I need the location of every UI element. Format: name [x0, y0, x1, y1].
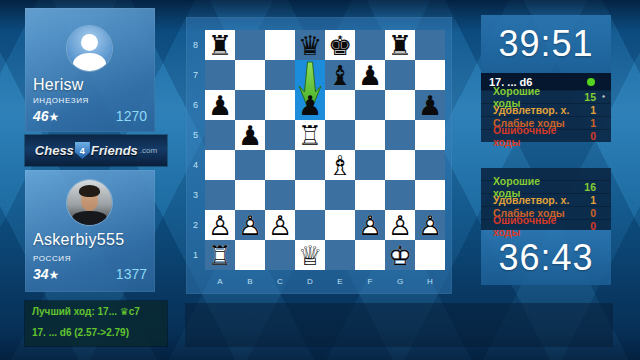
rank-label-8: 8	[186, 30, 205, 60]
logo-text-friends: Friends	[91, 143, 138, 158]
clock-bottom: 36:43	[481, 230, 611, 285]
square-b5[interactable]: ♟	[235, 120, 265, 150]
square-g7[interactable]	[385, 60, 415, 90]
square-c6[interactable]	[265, 90, 295, 120]
square-c4[interactable]	[265, 150, 295, 180]
square-f5[interactable]	[355, 120, 385, 150]
message-box	[185, 303, 613, 347]
file-label-F: F	[355, 273, 385, 289]
rank-label-1: 1	[186, 240, 205, 270]
stat-row-good: Хорошие ходы15*	[481, 90, 611, 103]
square-a6[interactable]: ♟	[205, 90, 235, 120]
square-b7[interactable]	[235, 60, 265, 90]
rank-label-5: 5	[186, 120, 205, 150]
square-h1[interactable]	[415, 240, 445, 270]
square-c1[interactable]	[265, 240, 295, 270]
black-rook[interactable]: ♜	[205, 30, 235, 60]
board[interactable]: ♜♛♚♜♝♟♟♟♟♟♜♖♝♗♟♙♟♙♟♙♟♙♟♙♟♙♜♖♛♕♚♔	[205, 30, 445, 270]
top-player-panel: 39:51 17. ... d6 Хорошие ходы15* Удовлет…	[481, 15, 611, 142]
file-label-B: B	[235, 273, 265, 289]
square-g6[interactable]	[385, 90, 415, 120]
white-pawn[interactable]: ♟♙	[415, 210, 445, 240]
square-f4[interactable]	[355, 150, 385, 180]
file-label-E: E	[325, 273, 355, 289]
square-d1[interactable]: ♛♕	[295, 240, 325, 270]
rank-label-4: 4	[186, 150, 205, 180]
square-h8[interactable]	[415, 30, 445, 60]
board-panel: 87654321 ♜♛♚♜♝♟♟♟♟♟♜♖♝♗♟♙♟♙♟♙♟♙♟♙♟♙♜♖♛♕♚…	[186, 17, 452, 294]
player-country-bottom: РОССИЯ	[33, 254, 71, 263]
square-b1[interactable]	[235, 240, 265, 270]
player-stars-top: 46★	[33, 108, 59, 124]
white-pawn[interactable]: ♟♙	[385, 210, 415, 240]
clock-bottom-time: 36:43	[498, 237, 593, 279]
clock-top-time: 39:51	[498, 23, 593, 65]
white-queen[interactable]: ♛♕	[295, 240, 325, 270]
black-pawn[interactable]: ♟	[295, 90, 325, 120]
bottom-player-panel: Хорошие ходы16 Удовлетвор. х.1 Слабые хо…	[481, 168, 611, 285]
black-king[interactable]: ♚	[325, 30, 355, 60]
shield-icon: 4	[75, 142, 90, 159]
move-indicator-dot	[587, 78, 595, 86]
white-pawn[interactable]: ♟♙	[205, 210, 235, 240]
file-label-A: A	[205, 273, 235, 289]
square-g3[interactable]	[385, 180, 415, 210]
square-d2[interactable]	[295, 210, 325, 240]
clock-top: 39:51	[481, 15, 611, 73]
avatar-hair-shape	[79, 185, 100, 197]
player-country-top: ИНДОНЕЗИЯ	[33, 96, 89, 105]
square-f6[interactable]	[355, 90, 385, 120]
square-a8[interactable]: ♜	[205, 30, 235, 60]
square-g4[interactable]	[385, 150, 415, 180]
square-d8[interactable]: ♛	[295, 30, 325, 60]
square-g8[interactable]: ♜	[385, 30, 415, 60]
stat-row-mistakes: Ошибочные ходы0	[481, 129, 611, 142]
player-card-top: Herisw ИНДОНЕЗИЯ 46★ 1270	[25, 8, 155, 132]
avatar-photo	[67, 180, 112, 225]
square-h2[interactable]: ♟♙	[415, 210, 445, 240]
square-b3[interactable]	[235, 180, 265, 210]
avatar-silhouette	[67, 26, 112, 71]
stat-row-mistakes: Ошибочные ходы0	[481, 219, 611, 232]
rank-label-6: 6	[186, 90, 205, 120]
player-card-bottom: Askerbiy555 РОССИЯ 34★ 1377	[25, 170, 155, 292]
logo-text-chess: Chess	[35, 143, 74, 158]
avatar-shoulders-shape	[73, 53, 106, 71]
square-b8[interactable]	[235, 30, 265, 60]
app-background: Herisw ИНДОНЕЗИЯ 46★ 1270 Chess 4 Friend…	[0, 0, 640, 360]
player-name-bottom: Askerbiy555	[33, 231, 124, 249]
stat-row-satisfactory: Удовлетвор. х.1	[481, 103, 611, 116]
square-g5[interactable]	[385, 120, 415, 150]
square-c2[interactable]: ♟♙	[265, 210, 295, 240]
square-c7[interactable]	[265, 60, 295, 90]
file-label-H: H	[415, 273, 445, 289]
square-d5[interactable]: ♜♖	[295, 120, 325, 150]
square-d3[interactable]	[295, 180, 325, 210]
white-rook[interactable]: ♜♖	[295, 120, 325, 150]
star-icon: ★	[49, 110, 60, 124]
white-pawn[interactable]: ♟♙	[265, 210, 295, 240]
avatar-shirt-shape	[72, 211, 107, 225]
black-pawn[interactable]: ♟	[355, 60, 385, 90]
avatar-head-shape	[81, 34, 98, 51]
rank-label-3: 3	[186, 180, 205, 210]
best-move-text: Лучший ход: 17... ♛c7	[32, 306, 140, 317]
white-king[interactable]: ♚♔	[385, 240, 415, 270]
rank-label-2: 2	[186, 210, 205, 240]
square-a4[interactable]	[205, 150, 235, 180]
file-label-G: G	[385, 273, 415, 289]
black-bishop[interactable]: ♝	[325, 60, 355, 90]
square-f8[interactable]	[355, 30, 385, 60]
square-b6[interactable]	[235, 90, 265, 120]
square-h5[interactable]	[415, 120, 445, 150]
square-a2[interactable]: ♟♙	[205, 210, 235, 240]
square-f1[interactable]	[355, 240, 385, 270]
square-e6[interactable]	[325, 90, 355, 120]
black-pawn[interactable]: ♟	[415, 90, 445, 120]
logo-text-com: .com	[140, 146, 157, 155]
square-e3[interactable]	[325, 180, 355, 210]
white-rook[interactable]: ♜♖	[205, 240, 235, 270]
white-bishop[interactable]: ♝♗	[325, 150, 355, 180]
stats-top: 17. ... d6 Хорошие ходы15* Удовлетвор. х…	[481, 73, 611, 142]
file-labels: ABCDEFGH	[205, 273, 445, 289]
file-label-D: D	[295, 273, 325, 289]
square-g1[interactable]: ♚♔	[385, 240, 415, 270]
square-e7[interactable]: ♝	[325, 60, 355, 90]
black-rook[interactable]: ♜	[385, 30, 415, 60]
played-move-eval-text: 17. ... d6 (2.57->2.79)	[32, 327, 129, 338]
white-pawn[interactable]: ♟♙	[355, 210, 385, 240]
square-e2[interactable]	[325, 210, 355, 240]
rank-labels: 87654321	[186, 30, 205, 270]
square-g2[interactable]: ♟♙	[385, 210, 415, 240]
square-f3[interactable]	[355, 180, 385, 210]
square-b2[interactable]: ♟♙	[235, 210, 265, 240]
square-d7[interactable]	[295, 60, 325, 90]
stat-row-satisfactory: Удовлетвор. х.1	[481, 193, 611, 206]
square-a3[interactable]	[205, 180, 235, 210]
square-e5[interactable]	[325, 120, 355, 150]
player-rating-top: 1270	[116, 108, 147, 124]
square-f2[interactable]: ♟♙	[355, 210, 385, 240]
star-icon: ★	[49, 268, 60, 282]
square-a5[interactable]	[205, 120, 235, 150]
square-h4[interactable]	[415, 150, 445, 180]
square-h3[interactable]	[415, 180, 445, 210]
black-pawn[interactable]: ♟	[205, 90, 235, 120]
square-a1[interactable]: ♜♖	[205, 240, 235, 270]
black-queen[interactable]: ♛	[295, 30, 325, 60]
square-c3[interactable]	[265, 180, 295, 210]
stats-bottom: Хорошие ходы16 Удовлетвор. х.1 Слабые хо…	[481, 168, 611, 230]
engine-analysis-box: Лучший ход: 17... ♛c7 17. ... d6 (2.57->…	[25, 301, 167, 346]
square-h7[interactable]	[415, 60, 445, 90]
square-c5[interactable]	[265, 120, 295, 150]
square-e1[interactable]	[325, 240, 355, 270]
player-stars-bottom: 34★	[33, 266, 59, 282]
white-pawn[interactable]: ♟♙	[235, 210, 265, 240]
square-c8[interactable]	[265, 30, 295, 60]
chess4friends-logo: Chess 4 Friends .com	[25, 135, 167, 166]
square-e4[interactable]: ♝♗	[325, 150, 355, 180]
stat-row-good: Хорошие ходы16	[481, 180, 611, 193]
rank-label-7: 7	[186, 60, 205, 90]
player-name-top: Herisw	[33, 76, 84, 94]
square-b4[interactable]	[235, 150, 265, 180]
square-h6[interactable]: ♟	[415, 90, 445, 120]
square-d4[interactable]	[295, 150, 325, 180]
square-f7[interactable]: ♟	[355, 60, 385, 90]
square-d6[interactable]: ♟	[295, 90, 325, 120]
square-e8[interactable]: ♚	[325, 30, 355, 60]
player-rating-bottom: 1377	[116, 266, 147, 282]
square-a7[interactable]	[205, 60, 235, 90]
black-pawn[interactable]: ♟	[235, 120, 265, 150]
file-label-C: C	[265, 273, 295, 289]
